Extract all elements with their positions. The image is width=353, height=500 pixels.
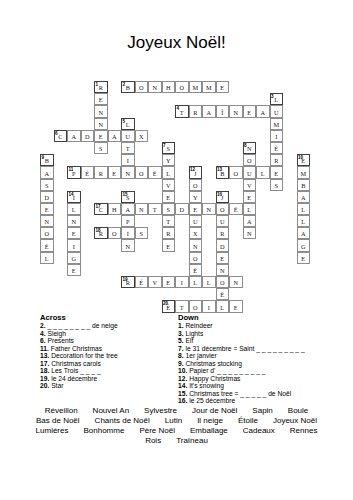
cell-letter: U [193, 218, 198, 226]
cell-number: 1 [96, 82, 99, 87]
grid-cell: X [135, 130, 149, 142]
grid-cell: E [270, 166, 284, 178]
clue: 18. Les Trois _ _ _ _ [40, 367, 178, 375]
cell-letter: È [274, 145, 278, 153]
grid-cell: I [202, 300, 216, 312]
cell-number: 20 [163, 301, 168, 306]
word-bank-item: Lumières [36, 426, 69, 436]
grid-cell: A [108, 130, 122, 142]
grid-cell: O [216, 276, 230, 288]
cell-letter: E [166, 243, 170, 251]
cell-letter: R [99, 84, 103, 92]
word-bank-item: Jour de Noël [192, 406, 237, 416]
across-clue-list: 2. _ _ _ _ _ _ _ _ de neige4. Sleigh6. P… [40, 322, 178, 390]
grid-cell: E [297, 252, 311, 264]
cell-letter: E [247, 194, 251, 202]
grid-cell: N [229, 105, 243, 117]
clue-number: 10. [178, 367, 189, 374]
grid-cell: R [216, 227, 230, 239]
grid-cell: L [297, 215, 311, 227]
cell-letter: I [127, 157, 129, 165]
clue-text: Star [51, 382, 63, 389]
cell-letter: E [112, 170, 116, 178]
grid-cell: T [148, 203, 162, 215]
cell-letter: E [220, 84, 224, 92]
cell-letter: V [152, 279, 157, 287]
clue-number: 16. [178, 397, 189, 404]
cell-letter: N [233, 279, 238, 287]
grid-cell: E [162, 191, 176, 203]
grid-cell: 17C [94, 203, 108, 215]
word-bank-item: Bonhomme [83, 426, 124, 436]
grid-cell: M [189, 81, 203, 93]
clue-number: 14. [178, 382, 189, 389]
grid-cell: N [243, 227, 257, 239]
cell-letter: D [220, 243, 225, 251]
clue-text: Elf [185, 337, 193, 344]
cell-letter: L [220, 304, 224, 312]
cell-letter: O [139, 84, 144, 92]
clue: 9. Christmas stocking [178, 360, 350, 368]
cell-letter: N [98, 109, 103, 117]
cell-letter: N [233, 109, 238, 117]
cell-letter: L [45, 255, 49, 263]
grid-cell: Y [162, 154, 176, 166]
grid-cell: 9B [40, 154, 54, 166]
word-bank-line: RoisTraîneau [0, 436, 353, 446]
cell-letter: S [274, 182, 278, 190]
grid-cell: I [121, 227, 135, 239]
clue-text: _ _ _ _ _ _ _ _ de neige [47, 322, 117, 329]
grid-cell: L [297, 203, 311, 215]
clue: 19. le 24 décembre [40, 375, 178, 383]
cell-letter: E [220, 255, 224, 263]
grid-cell: L [243, 203, 257, 215]
clue: 1. Reindeer [178, 322, 350, 330]
grid-cell: G [297, 239, 311, 251]
cell-letter: Y [193, 194, 198, 202]
cell-letter: A [71, 133, 76, 141]
cell-letter: O [193, 304, 198, 312]
cell-letter: D [85, 133, 90, 141]
grid-cell: D [216, 239, 230, 251]
clue-number: 15. [178, 390, 189, 397]
grid-cell: I [67, 239, 81, 251]
cell-letter: I [275, 133, 277, 141]
cell-letter: N [71, 218, 76, 226]
clue-text: Happy Christmas [189, 375, 240, 382]
cell-letter: E [99, 96, 103, 104]
cell-number: 4 [177, 106, 180, 111]
word-bank-item: Bas de Noël [36, 416, 80, 426]
cell-letter: U [247, 170, 252, 178]
cell-letter: O [139, 170, 144, 178]
clue: 12. Happy Christmas [178, 375, 350, 383]
cell-letter: L [72, 206, 76, 214]
cell-letter: N [152, 84, 157, 92]
cell-letter: L [247, 206, 251, 214]
grid-cell: N [67, 215, 81, 227]
grid-cell: Ë [40, 239, 54, 251]
cell-letter: O [179, 84, 184, 92]
cell-letter: S [139, 230, 143, 238]
cell-letter: N [98, 121, 103, 129]
cell-letter: G [301, 243, 306, 251]
cell-letter: O [220, 206, 225, 214]
grid-cell: 2B [121, 81, 135, 93]
grid-cell: 4T [175, 105, 189, 117]
grid-cell: O [229, 166, 243, 178]
cell-letter: V [166, 182, 171, 190]
word-bank-item: Joyeux Noël [273, 416, 317, 426]
down-header: Down [178, 313, 350, 322]
cell-letter: N [220, 267, 225, 275]
word-bank-item: Sapin [252, 406, 272, 416]
clue-text: Christmas stocking [185, 360, 242, 367]
clue: 4. Sleigh [40, 330, 178, 338]
cell-letter: C [58, 133, 62, 141]
grid-cell: D [81, 130, 95, 142]
cell-letter: E [45, 206, 49, 214]
cell-letter: E [72, 230, 76, 238]
cell-number: 7 [163, 143, 166, 148]
clue: 7. le 31 décembre = Saint _ _ _ _ _ _ _ … [178, 345, 350, 353]
cell-letter: R [193, 109, 197, 117]
word-bank-item: Lutin [165, 416, 182, 426]
grid-cell: E [40, 203, 54, 215]
grid-cell: A [202, 105, 216, 117]
cell-letter: E [274, 170, 278, 178]
cell-letter: A [260, 109, 265, 117]
word-bank-item: Rois [145, 436, 161, 446]
cell-letter: L [274, 96, 278, 104]
cell-letter: T [166, 218, 170, 226]
grid-cell: N [216, 264, 230, 276]
clue: 15. Christmas tree = _ _ _ _ _ de Noël [178, 390, 350, 398]
grid-cell: 3L [270, 93, 284, 105]
clue: 14. It's snowing [178, 382, 350, 390]
cell-letter: B [126, 84, 130, 92]
grid-cell: R [94, 166, 108, 178]
clue-text: Christmas carols [51, 360, 101, 367]
grid-cell: N [121, 166, 135, 178]
grid-cell: A [67, 130, 81, 142]
grid-cell: G [67, 252, 81, 264]
cell-letter: U [125, 133, 130, 141]
cell-letter: Ë [220, 291, 224, 299]
grid-cell: 15S [121, 191, 135, 203]
grid-cell: O [216, 203, 230, 215]
cell-letter: L [126, 121, 130, 129]
grid-cell: 18R [94, 227, 108, 239]
word-bank-item: Sylvestre [144, 406, 177, 416]
grid-cell: S [162, 203, 176, 215]
grid-cell: N [189, 239, 203, 251]
cell-letter: T [180, 304, 184, 312]
grid-cell: E [162, 239, 176, 251]
grid-cell: O [40, 227, 54, 239]
grid-cell: 5L [121, 118, 135, 130]
grid-cell: U [270, 105, 284, 117]
grid-cell: E [162, 276, 176, 288]
clue-text: Decoration for the tree [51, 352, 118, 359]
cell-number: 16 [217, 192, 222, 197]
clue-text: Reindeer [185, 322, 212, 329]
cell-letter: I [208, 304, 210, 312]
grid-cell: N [135, 203, 149, 215]
clue-number: 18. [40, 367, 51, 374]
cell-letter: A [125, 206, 130, 214]
grid-cell: D [175, 203, 189, 215]
cell-letter: N [125, 170, 130, 178]
grid-cell: 10E [297, 154, 311, 166]
grid-cell: U [216, 215, 230, 227]
grid-cell: U [121, 130, 135, 142]
grid-cell: 19R [121, 276, 135, 288]
grid-cell: L [256, 166, 270, 178]
cell-letter: T [126, 145, 130, 153]
grid-cell: L [67, 203, 81, 215]
grid-cell: N [40, 215, 54, 227]
grid-cell: E [108, 166, 122, 178]
grid-cell: È [270, 142, 284, 154]
grid-cell: L [202, 276, 216, 288]
grid-cell: S [270, 179, 284, 191]
clue-text: 1er janvier [185, 352, 216, 359]
cell-number: 17 [96, 204, 101, 209]
grid-cell: Y [189, 191, 203, 203]
clue-text: Christmas tree = _ _ _ _ _ de Noël [189, 390, 291, 397]
grid-cell: V [148, 276, 162, 288]
cell-number: 9 [42, 155, 45, 160]
cell-letter: S [166, 145, 170, 153]
cell-letter: I [127, 230, 129, 238]
clue: 17. Christmas carols [40, 360, 178, 368]
word-bank-item: Il neige [197, 416, 223, 426]
word-bank-line: Bas de NoëlChants de NoëlLutinIl neigeÉt… [0, 416, 353, 426]
word-bank-item: Boule [288, 406, 308, 416]
grid-cell: D [40, 191, 54, 203]
grid-cell: L [189, 276, 203, 288]
cell-letter: M [273, 121, 279, 129]
grid-cell: E [216, 81, 230, 93]
across-header: Across [40, 313, 178, 322]
cell-number: 10 [298, 155, 303, 160]
cell-letter: S [45, 182, 49, 190]
cell-letter: R [166, 230, 170, 238]
cell-letter: L [207, 279, 211, 287]
cell-letter: E [99, 133, 103, 141]
cell-letter: U [220, 218, 225, 226]
cell-letter: È [85, 170, 89, 178]
cell-number: 12 [190, 167, 195, 172]
grid-cell: S [135, 227, 149, 239]
down-clues: Down 1. Reindeer3. Lights5. Elf7. le 31 … [178, 313, 350, 405]
cell-letter: O [233, 170, 238, 178]
grid-cell: O [189, 252, 203, 264]
grid-cell: L [162, 166, 176, 178]
grid-cell: N [121, 239, 135, 251]
cell-letter: O [112, 230, 117, 238]
grid-cell: A [256, 105, 270, 117]
cell-number: 14 [69, 192, 74, 197]
cell-letter: R [99, 170, 103, 178]
grid-cell: E [243, 191, 257, 203]
grid-cell: T [121, 142, 135, 154]
cell-number: 11 [69, 167, 74, 172]
cell-letter: O [193, 255, 198, 263]
clue-number: 20. [40, 382, 51, 389]
word-bank-item: Rennes [290, 426, 318, 436]
cell-number: 5 [123, 119, 126, 124]
cell-letter: Ë [45, 243, 49, 251]
cell-letter: R [220, 230, 224, 238]
cell-letter: B [301, 182, 305, 190]
grid-cell: A [40, 166, 54, 178]
grid-cell: O [189, 300, 203, 312]
grid-cell: N [94, 105, 108, 117]
cell-letter: N [139, 206, 144, 214]
crossword-grid: 1R2BONHOMMEE3LN4TRAÎNEAUN5LM6CADEAUXIST7… [40, 81, 310, 313]
clue-number: 19. [40, 375, 51, 382]
cell-letter: O [247, 157, 252, 165]
grid-cell: 8N [243, 142, 257, 154]
down-clue-list: 1. Reindeer3. Lights5. Elf7. le 31 décem… [178, 322, 350, 405]
grid-cell: E [243, 105, 257, 117]
word-bank-item: Réveillon [45, 406, 78, 416]
grid-cell: N [148, 81, 162, 93]
grid-cell: L [40, 252, 54, 264]
grid-cell: B [297, 179, 311, 191]
grid-cell: O [135, 81, 149, 93]
clue-text: le 31 décembre = Saint _ _ _ _ _ _ _ _ _ [185, 345, 304, 352]
grid-cell: V [243, 179, 257, 191]
cell-letter: Y [166, 157, 171, 165]
cell-letter: M [206, 84, 212, 92]
cell-letter: V [247, 182, 252, 190]
grid-cell: E [216, 252, 230, 264]
grid-cell: O [175, 81, 189, 93]
grid-cell: O [108, 227, 122, 239]
cell-letter: E [301, 255, 305, 263]
grid-cell: T [162, 215, 176, 227]
grid-cell: R [189, 105, 203, 117]
cell-letter: D [179, 206, 184, 214]
cell-letter: T [153, 206, 157, 214]
grid-cell: M [270, 118, 284, 130]
cell-letter: A [44, 170, 49, 178]
cell-letter: L [166, 170, 170, 178]
grid-cell: S [40, 179, 54, 191]
cell-letter: H [166, 84, 171, 92]
cell-letter: N [206, 206, 211, 214]
clue-text: Lights [185, 330, 203, 337]
word-bank-item: Père Noël [139, 426, 175, 436]
grid-cell: S [94, 142, 108, 154]
cell-letter: O [193, 182, 198, 190]
cell-number: 15 [123, 192, 128, 197]
grid-cell: M [202, 81, 216, 93]
cell-letter: M [192, 84, 198, 92]
cell-letter: S [99, 145, 103, 153]
cell-number: 8 [244, 143, 247, 148]
grid-cell: E [229, 300, 243, 312]
grid-cell: E [94, 130, 108, 142]
grid-cell: Ë [216, 288, 230, 300]
cell-letter: G [71, 255, 76, 263]
cell-letter: N [44, 218, 49, 226]
grid-cell: Ë [189, 264, 203, 276]
across-clues: Across 2. _ _ _ _ _ _ _ _ de neige4. Sle… [40, 313, 178, 390]
cell-number: 3 [271, 94, 274, 99]
clue: 11. Father Christmas [40, 345, 178, 353]
grid-cell: Ë [229, 203, 243, 215]
grid-cell: H [108, 203, 122, 215]
clue-text: Father Christmas [51, 345, 102, 352]
grid-cell: Ë [148, 166, 162, 178]
grid-cell: N [202, 203, 216, 215]
grid-cell: V [162, 179, 176, 191]
cell-letter: O [220, 279, 225, 287]
grid-cell: È [81, 166, 95, 178]
cell-letter: E [72, 267, 76, 275]
cell-letter: B [45, 157, 49, 165]
cell-letter: E [247, 109, 251, 117]
grid-cell: P [121, 215, 135, 227]
cell-letter: L [301, 206, 305, 214]
cell-number: 6 [55, 131, 58, 136]
clue: 3. Lights [178, 330, 350, 338]
word-bank-item: Emballage [190, 426, 228, 436]
cell-letter: L [193, 279, 197, 287]
grid-cell: E [67, 264, 81, 276]
cell-letter: A [112, 133, 117, 141]
cell-number: 2 [123, 82, 126, 87]
grid-cell: N [229, 276, 243, 288]
grid-cell: A [297, 191, 311, 203]
grid-cell: H [162, 81, 176, 93]
grid-cell: N [94, 118, 108, 130]
cell-number: 19 [123, 277, 128, 282]
cell-letter: Ë [234, 206, 238, 214]
word-bank-line: LumièresBonhommePère NoëlEmballageCadeau… [0, 426, 353, 436]
clue: 6. Presents [40, 337, 178, 345]
cell-letter: X [193, 230, 198, 238]
clue: 16. le 25 décembre [178, 397, 350, 405]
clue: 2. _ _ _ _ _ _ _ _ de neige [40, 322, 178, 330]
word-bank-line: RéveillonNouvel AnSylvestreJour de NoëlS… [0, 406, 353, 416]
grid-cell: E [94, 93, 108, 105]
cell-letter: N [193, 243, 198, 251]
cell-letter: E [166, 279, 170, 287]
grid-cell: O [243, 154, 257, 166]
grid-cell: E [67, 227, 81, 239]
cell-letter: T [180, 109, 184, 117]
cell-letter: N [247, 230, 252, 238]
clue-text: le 24 décembre [51, 375, 97, 382]
cell-letter: I [181, 279, 183, 287]
grid-cell: 7S [162, 142, 176, 154]
word-bank-item: Cadeaux [243, 426, 275, 436]
cell-number: 18 [96, 228, 101, 233]
clue-text: It's snowing [189, 382, 224, 389]
cell-letter: L [261, 170, 265, 178]
grid-cell: 20É [162, 300, 176, 312]
cell-letter: O [44, 230, 49, 238]
grid-cell: O [189, 179, 203, 191]
grid-cell: 1R [94, 81, 108, 93]
cell-letter: P [126, 218, 130, 226]
